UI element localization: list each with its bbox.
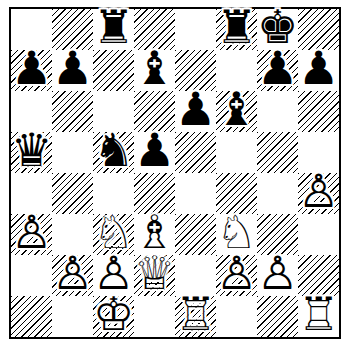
square-e6[interactable]: ♟︎ xyxy=(175,91,216,132)
piece-white-pawn: ♙ xyxy=(216,253,257,294)
square-c1[interactable]: ♔ xyxy=(93,296,134,337)
chess-board: ♜♜♚♟︎♟︎♝♟︎♟︎♟︎♝♛♞♟︎♙♙♘♗♘♙♙♕♙♙♔♖♖ xyxy=(9,7,341,339)
piece-white-king: ♔ xyxy=(93,294,134,335)
square-a2[interactable] xyxy=(11,255,52,296)
square-h7[interactable]: ♟︎ xyxy=(298,50,339,91)
square-g4[interactable] xyxy=(257,173,298,214)
square-e1[interactable]: ♖ xyxy=(175,296,216,337)
piece-white-pawn: ♙ xyxy=(298,171,339,212)
piece-black-pawn: ♟︎ xyxy=(11,48,52,89)
square-g6[interactable] xyxy=(257,91,298,132)
piece-white-rook: ♖ xyxy=(298,294,339,335)
square-b7[interactable]: ♟︎ xyxy=(52,50,93,91)
square-h1[interactable]: ♖ xyxy=(298,296,339,337)
piece-white-pawn: ♙ xyxy=(257,253,298,294)
square-c7[interactable] xyxy=(93,50,134,91)
square-d5[interactable]: ♟︎ xyxy=(134,132,175,173)
square-d7[interactable]: ♝ xyxy=(134,50,175,91)
square-g7[interactable]: ♟︎ xyxy=(257,50,298,91)
piece-black-pawn: ♟︎ xyxy=(175,89,216,130)
piece-black-bishop: ♝ xyxy=(216,89,257,130)
square-a3[interactable]: ♙ xyxy=(11,214,52,255)
square-a7[interactable]: ♟︎ xyxy=(11,50,52,91)
square-c8[interactable]: ♜ xyxy=(93,9,134,50)
piece-black-bishop: ♝ xyxy=(134,48,175,89)
square-f1[interactable] xyxy=(216,296,257,337)
square-b4[interactable] xyxy=(52,173,93,214)
square-d2[interactable]: ♕ xyxy=(134,255,175,296)
piece-white-pawn: ♙ xyxy=(11,212,52,253)
square-e4[interactable] xyxy=(175,173,216,214)
piece-black-pawn: ♟︎ xyxy=(134,130,175,171)
chess-diagram: ♜♜♚♟︎♟︎♝♟︎♟︎♟︎♝♛♞♟︎♙♙♘♗♘♙♙♕♙♙♔♖♖ xyxy=(0,0,350,350)
square-d1[interactable] xyxy=(134,296,175,337)
square-f5[interactable] xyxy=(216,132,257,173)
piece-white-queen: ♕ xyxy=(134,253,175,294)
square-f8[interactable]: ♜ xyxy=(216,9,257,50)
square-g1[interactable] xyxy=(257,296,298,337)
square-c5[interactable]: ♞ xyxy=(93,132,134,173)
square-b6[interactable] xyxy=(52,91,93,132)
square-e5[interactable] xyxy=(175,132,216,173)
square-a5[interactable]: ♛ xyxy=(11,132,52,173)
piece-black-rook: ♜ xyxy=(216,7,257,48)
piece-black-pawn: ♟︎ xyxy=(298,48,339,89)
piece-black-pawn: ♟︎ xyxy=(52,48,93,89)
square-e3[interactable] xyxy=(175,214,216,255)
square-f6[interactable]: ♝ xyxy=(216,91,257,132)
square-g2[interactable]: ♙ xyxy=(257,255,298,296)
square-g5[interactable] xyxy=(257,132,298,173)
square-b2[interactable]: ♙ xyxy=(52,255,93,296)
piece-black-pawn: ♟︎ xyxy=(257,48,298,89)
square-a1[interactable] xyxy=(11,296,52,337)
piece-black-queen: ♛ xyxy=(11,130,52,171)
square-b5[interactable] xyxy=(52,132,93,173)
piece-white-rook: ♖ xyxy=(175,294,216,335)
piece-black-rook: ♜ xyxy=(93,7,134,48)
square-f2[interactable]: ♙ xyxy=(216,255,257,296)
square-e8[interactable] xyxy=(175,9,216,50)
square-b1[interactable] xyxy=(52,296,93,337)
piece-white-pawn: ♙ xyxy=(52,253,93,294)
square-h3[interactable] xyxy=(298,214,339,255)
square-h6[interactable] xyxy=(298,91,339,132)
square-h4[interactable]: ♙ xyxy=(298,173,339,214)
piece-black-knight: ♞ xyxy=(93,130,134,171)
